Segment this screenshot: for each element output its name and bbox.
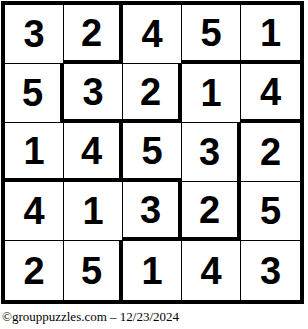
cell-r3c5: 2 <box>241 123 300 182</box>
cell-r1c5: 1 <box>241 5 300 64</box>
cell-r4c5: 5 <box>241 182 300 241</box>
cell-digit: 4 <box>81 132 102 170</box>
cell-r2c4: 1 <box>182 64 241 123</box>
cell-digit: 1 <box>82 192 103 230</box>
puzzle-page: 3245153214145324132525143 ©grouppuzzles.… <box>0 0 308 329</box>
cell-digit: 2 <box>260 133 281 171</box>
cell-r2c1: 5 <box>5 64 64 123</box>
cell-digit: 2 <box>23 252 44 290</box>
cell-digit: 5 <box>141 132 162 170</box>
cell-digit: 5 <box>260 192 281 230</box>
cell-r5c3: 1 <box>123 241 182 300</box>
cell-digit: 1 <box>23 132 44 170</box>
cell-digit: 4 <box>200 252 221 290</box>
cell-digit: 5 <box>200 14 221 52</box>
cell-digit: 3 <box>23 15 44 53</box>
cell-digit: 4 <box>141 15 162 53</box>
cell-digit: 4 <box>23 192 44 230</box>
cell-digit: 3 <box>82 73 103 111</box>
cell-r5c4: 4 <box>182 241 241 300</box>
cell-r4c2: 1 <box>64 182 123 241</box>
cell-r3c2: 4 <box>64 123 123 182</box>
cell-r4c3: 3 <box>123 182 182 241</box>
cell-r4c4: 2 <box>182 182 241 241</box>
cell-r1c1: 3 <box>5 5 64 64</box>
cell-r3c1: 1 <box>5 123 64 182</box>
cell-digit: 2 <box>81 14 102 52</box>
cell-digit: 4 <box>260 73 281 111</box>
cell-digit: 3 <box>260 252 281 290</box>
cell-r4c1: 4 <box>5 182 64 241</box>
cell-r5c1: 2 <box>5 241 64 300</box>
cell-digit: 1 <box>200 74 221 112</box>
cell-r1c3: 4 <box>123 5 182 64</box>
cell-r1c2: 2 <box>64 5 123 64</box>
cell-r2c5: 4 <box>241 64 300 123</box>
cell-r2c3: 2 <box>123 64 182 123</box>
cell-r3c4: 3 <box>182 123 241 182</box>
cell-r5c5: 3 <box>241 241 300 300</box>
cell-digit: 5 <box>22 74 43 112</box>
copyright-credit: ©grouppuzzles.com – 12/23/2024 <box>2 309 179 325</box>
cell-digit: 2 <box>140 73 161 111</box>
cell-r3c3: 5 <box>123 123 182 182</box>
cell-digit: 3 <box>140 191 161 229</box>
cell-digit: 1 <box>260 14 281 52</box>
cell-digit: 1 <box>141 252 162 290</box>
cell-digit: 5 <box>81 252 102 290</box>
cell-r1c4: 5 <box>182 5 241 64</box>
cell-r5c2: 5 <box>64 241 123 300</box>
cell-digit: 3 <box>199 133 220 171</box>
cell-digit: 2 <box>199 191 220 229</box>
cell-r2c2: 3 <box>64 64 123 123</box>
sudoku-board: 3245153214145324132525143 <box>1 1 304 304</box>
